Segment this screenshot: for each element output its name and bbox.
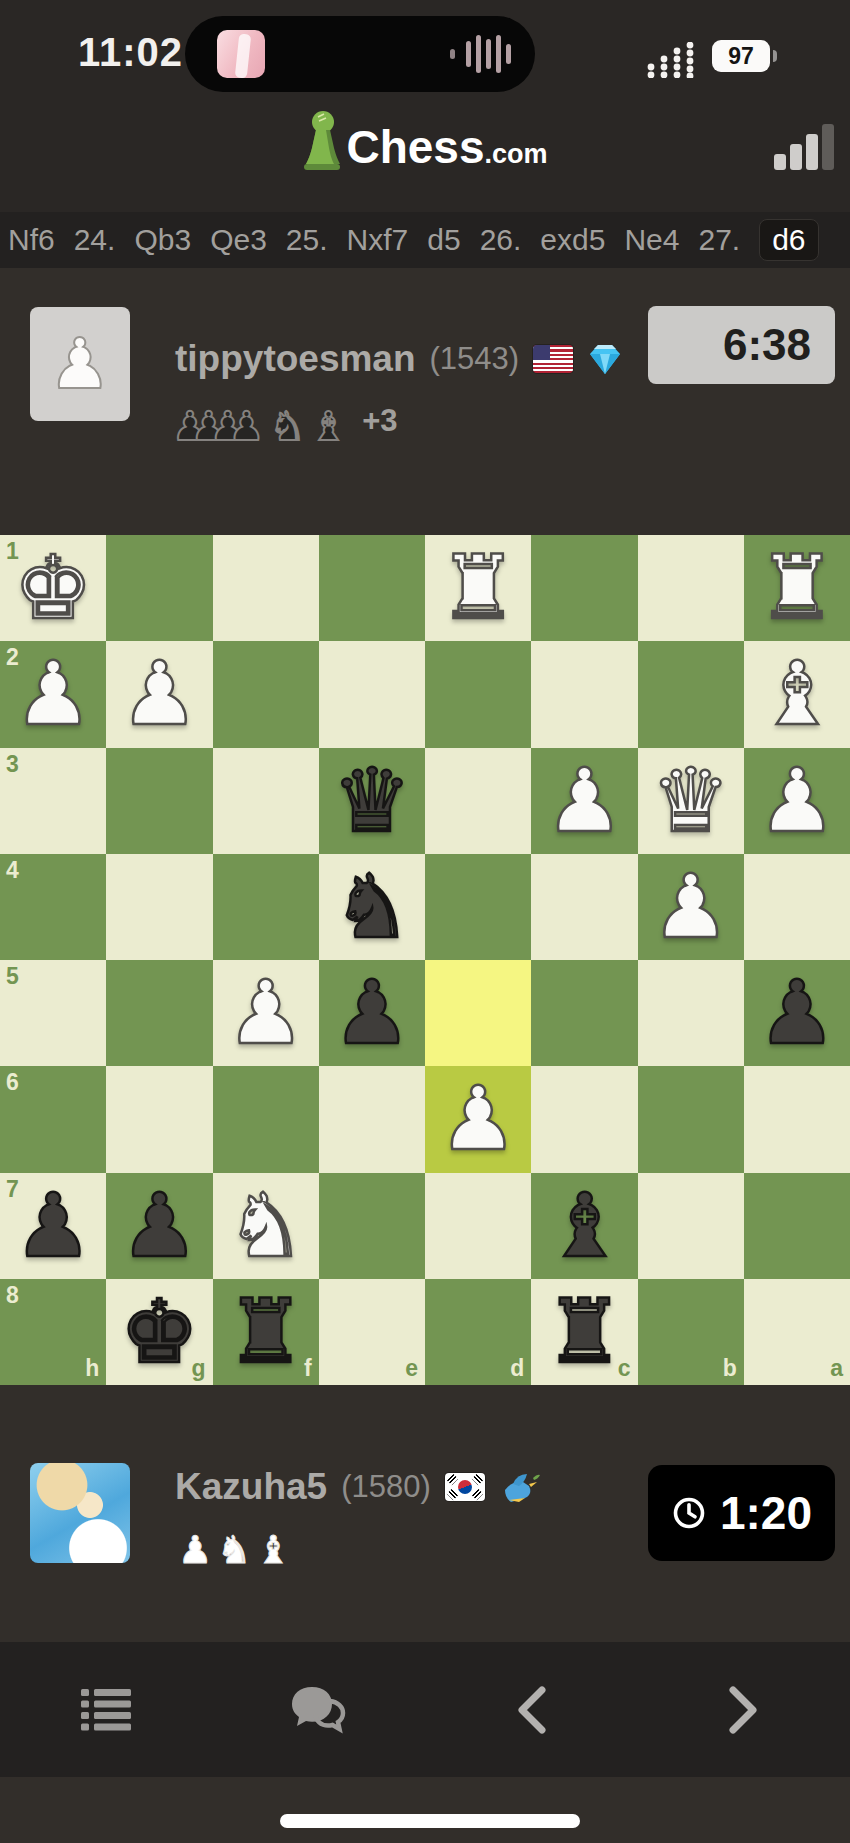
square-g7[interactable]: ♟	[106, 1173, 212, 1279]
rank-label-3: 3	[6, 753, 19, 776]
square-h1[interactable]: 1♚	[0, 535, 106, 641]
move-d5[interactable]: d5	[427, 223, 460, 257]
logo-text: Chess	[346, 124, 484, 170]
square-e4[interactable]: ♞	[319, 854, 425, 960]
white-rook: ♜	[425, 535, 531, 641]
battery-indicator: 97	[712, 40, 770, 72]
white-rook: ♜	[744, 535, 850, 641]
file-label-b: b	[723, 1357, 737, 1380]
square-d8[interactable]: d	[425, 1279, 531, 1385]
captured-white-bishop: ♝	[256, 1531, 290, 1569]
move-Ne4[interactable]: Ne4	[624, 223, 679, 257]
square-b3[interactable]: ♛	[638, 748, 744, 854]
captured-black-knight: ♞	[269, 406, 305, 446]
battery-percent: 97	[728, 43, 754, 70]
move-Qb3[interactable]: Qb3	[134, 223, 191, 257]
square-f3[interactable]	[213, 748, 319, 854]
captured-black-bishop: ♝	[310, 406, 346, 446]
square-g4[interactable]	[106, 854, 212, 960]
white-pawn: ♟	[0, 641, 106, 747]
us-flag-icon	[533, 345, 573, 373]
black-pawn: ♟	[319, 960, 425, 1066]
captured-black-pawn: ♟	[229, 406, 265, 446]
square-g3[interactable]	[106, 748, 212, 854]
rank-label-5: 5	[6, 965, 19, 988]
top-player-rating: (1543)	[430, 341, 520, 377]
square-g6[interactable]	[106, 1066, 212, 1172]
square-d2[interactable]	[425, 641, 531, 747]
square-b7[interactable]	[638, 1173, 744, 1279]
clock-icon	[671, 1495, 707, 1531]
square-c4[interactable]	[531, 854, 637, 960]
move-number[interactable]: 27.	[698, 223, 740, 257]
move-Nxf7[interactable]: Nxf7	[347, 223, 409, 257]
square-d4[interactable]	[425, 854, 531, 960]
black-rook: ♜	[213, 1279, 319, 1385]
audio-waveform-icon	[450, 16, 511, 92]
square-a4[interactable]	[744, 854, 850, 960]
bottom-clock-time: 1:20	[720, 1486, 812, 1540]
square-f2[interactable]	[213, 641, 319, 747]
white-pawn: ♟	[213, 960, 319, 1066]
square-g8[interactable]: g♚	[106, 1279, 212, 1385]
home-indicator	[280, 1814, 580, 1828]
square-c7[interactable]: ♝	[531, 1173, 637, 1279]
white-knight: ♞	[213, 1173, 319, 1279]
bottom-toolbar	[0, 1642, 850, 1777]
square-b2[interactable]	[638, 641, 744, 747]
white-queen: ♛	[638, 748, 744, 854]
square-d1[interactable]: ♜	[425, 535, 531, 641]
top-player-captured-tray: ♟♟♟♟♞♝+3	[172, 396, 398, 446]
chesscom-logo: Chess .com	[0, 108, 850, 170]
logo-suffix: .com	[485, 141, 548, 168]
square-f6[interactable]	[213, 1066, 319, 1172]
square-e1[interactable]	[319, 535, 425, 641]
square-c3[interactable]: ♟	[531, 748, 637, 854]
diamond-gem-icon	[587, 341, 623, 377]
square-e3[interactable]: ♛	[319, 748, 425, 854]
back-button[interactable]	[425, 1642, 638, 1777]
move-d6[interactable]: d6	[759, 219, 818, 261]
square-d7[interactable]	[425, 1173, 531, 1279]
move-number[interactable]: 25.	[286, 223, 328, 257]
square-f5[interactable]: ♟	[213, 960, 319, 1066]
square-h2[interactable]: 2♟	[0, 641, 106, 747]
move-list[interactable]: Nf624.Qb3Qe325.Nxf7d526.exd5Ne427.d6	[0, 212, 850, 268]
dynamic-island	[185, 16, 535, 92]
forward-button[interactable]	[638, 1642, 850, 1777]
square-d6[interactable]: ♟	[425, 1066, 531, 1172]
bottom-player-clock: 1:20	[648, 1465, 835, 1561]
bottom-player-info: Kazuha5 (1580)	[175, 1466, 541, 1508]
square-h6[interactable]: 6	[0, 1066, 106, 1172]
move-exd5[interactable]: exd5	[540, 223, 605, 257]
chat-button[interactable]	[213, 1642, 426, 1777]
black-bishop: ♝	[531, 1173, 637, 1279]
move-Qe3[interactable]: Qe3	[210, 223, 267, 257]
top-player-info: tippytoesman (1543)	[175, 338, 623, 380]
chess-app-screen: 11:02 97 Chess .com	[0, 0, 850, 1843]
bottom-player-name: Kazuha5	[175, 1466, 327, 1508]
square-b1[interactable]	[638, 535, 744, 641]
kr-flag-icon	[445, 1473, 485, 1501]
bottom-player-captured-tray: ♟♞♝	[178, 1523, 290, 1569]
file-label-h: h	[85, 1357, 99, 1380]
status-time: 11:02	[78, 30, 183, 75]
chess-board[interactable]: 1♚♜♜2♟♟♝3♛♟♛♟4♞♟5♟♟♟6♟7♟♟♞♝8hg♚f♜edc♜ba	[0, 535, 850, 1385]
square-b5[interactable]	[638, 960, 744, 1066]
rank-label-8: 8	[6, 1284, 19, 1307]
move-number[interactable]: 24.	[74, 223, 116, 257]
square-e8[interactable]: e	[319, 1279, 425, 1385]
square-f8[interactable]: f♜	[213, 1279, 319, 1385]
top-player-clock: 6:38	[648, 306, 835, 384]
move-Nf6[interactable]: Nf6	[8, 223, 55, 257]
square-b4[interactable]: ♟	[638, 854, 744, 960]
square-a7[interactable]	[744, 1173, 850, 1279]
square-h8[interactable]: 8h	[0, 1279, 106, 1385]
square-h7[interactable]: 7♟	[0, 1173, 106, 1279]
file-label-e: e	[405, 1357, 418, 1380]
black-queen: ♛	[319, 748, 425, 854]
connection-strength-icon	[774, 124, 834, 170]
square-a8[interactable]: a	[744, 1279, 850, 1385]
square-b8[interactable]: b	[638, 1279, 744, 1385]
green-pawn-icon	[302, 108, 342, 170]
square-e2[interactable]	[319, 641, 425, 747]
black-pawn: ♟	[0, 1173, 106, 1279]
square-g2[interactable]: ♟	[106, 641, 212, 747]
square-h3[interactable]: 3	[0, 748, 106, 854]
square-d3[interactable]	[425, 748, 531, 854]
top-player-name: tippytoesman	[175, 338, 416, 380]
square-h4[interactable]: 4	[0, 854, 106, 960]
black-knight: ♞	[319, 854, 425, 960]
square-a5[interactable]: ♟	[744, 960, 850, 1066]
white-pawn: ♟	[744, 748, 850, 854]
square-b6[interactable]	[638, 1066, 744, 1172]
dove-icon	[499, 1470, 541, 1504]
square-c1[interactable]	[531, 535, 637, 641]
file-label-d: d	[510, 1357, 524, 1380]
square-a1[interactable]: ♜	[744, 535, 850, 641]
square-a3[interactable]: ♟	[744, 748, 850, 854]
rank-label-4: 4	[6, 859, 19, 882]
square-h5[interactable]: 5	[0, 960, 106, 1066]
material-advantage: +3	[362, 403, 397, 439]
square-g1[interactable]	[106, 535, 212, 641]
square-a6[interactable]	[744, 1066, 850, 1172]
default-pawn-avatar-icon: ♟	[49, 329, 112, 399]
white-pawn: ♟	[531, 748, 637, 854]
square-f1[interactable]	[213, 535, 319, 641]
avatar-top-player[interactable]: ♟	[30, 307, 130, 421]
square-e5[interactable]: ♟	[319, 960, 425, 1066]
music-album-art-icon	[217, 30, 265, 78]
square-d5[interactable]	[425, 960, 531, 1066]
square-c6[interactable]	[531, 1066, 637, 1172]
move-list-button[interactable]	[0, 1642, 213, 1777]
black-pawn: ♟	[106, 1173, 212, 1279]
captured-white-pawn: ♟	[178, 1531, 212, 1569]
rank-label-6: 6	[6, 1071, 19, 1094]
square-e7[interactable]	[319, 1173, 425, 1279]
square-g5[interactable]	[106, 960, 212, 1066]
captured-white-knight: ♞	[217, 1531, 251, 1569]
square-a2[interactable]: ♝	[744, 641, 850, 747]
black-rook: ♜	[531, 1279, 637, 1385]
square-f7[interactable]: ♞	[213, 1173, 319, 1279]
white-pawn: ♟	[425, 1066, 531, 1172]
bottom-player-rating: (1580)	[341, 1469, 431, 1505]
white-king: ♚	[0, 535, 106, 641]
top-clock-time: 6:38	[723, 320, 811, 370]
file-label-a: a	[830, 1357, 843, 1380]
white-pawn: ♟	[106, 641, 212, 747]
square-c2[interactable]	[531, 641, 637, 747]
square-f4[interactable]	[213, 854, 319, 960]
square-c5[interactable]	[531, 960, 637, 1066]
avatar-bottom-player[interactable]	[30, 1463, 130, 1563]
white-pawn: ♟	[638, 854, 744, 960]
square-e6[interactable]	[319, 1066, 425, 1172]
white-bishop: ♝	[744, 641, 850, 747]
cellular-signal-icon	[645, 42, 699, 82]
move-number[interactable]: 26.	[480, 223, 522, 257]
black-pawn: ♟	[744, 960, 850, 1066]
black-king: ♚	[106, 1279, 212, 1385]
square-c8[interactable]: c♜	[531, 1279, 637, 1385]
